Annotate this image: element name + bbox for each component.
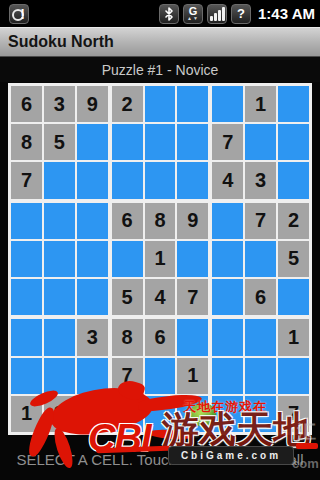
cell-r9c6[interactable] <box>177 396 208 432</box>
cell-r7c2[interactable] <box>44 319 75 355</box>
cell-r5c1[interactable] <box>11 241 42 277</box>
cell-r2c4[interactable] <box>112 124 143 160</box>
app-title: Sudoku North <box>8 33 114 51</box>
cell-r2c6[interactable] <box>177 124 208 160</box>
cell-r9c2[interactable]: 8 <box>44 396 75 432</box>
cell-r8c1[interactable] <box>11 358 42 394</box>
footer-instruction: SELECT A CELL. Touch screen or trackball <box>16 451 303 468</box>
cell-r5c8[interactable] <box>245 241 276 277</box>
cell-r5c9[interactable]: 5 <box>278 241 309 277</box>
sdcard-alert-icon: ! <box>9 4 29 24</box>
cell-r3c6[interactable] <box>177 162 208 198</box>
cell-r8c9[interactable] <box>278 358 309 394</box>
cell-r9c5[interactable] <box>145 396 176 432</box>
cell-r8c5[interactable] <box>145 358 176 394</box>
cell-r5c2[interactable] <box>44 241 75 277</box>
cell-r6c2[interactable] <box>44 279 75 315</box>
cell-r6c4[interactable]: 5 <box>112 279 143 315</box>
watermark-red-dash <box>296 443 318 449</box>
cell-r3c5[interactable] <box>145 162 176 198</box>
cell-r9c4[interactable] <box>112 396 143 432</box>
cell-r7c4[interactable]: 8 <box>112 319 143 355</box>
cell-r1c7[interactable] <box>212 86 243 122</box>
cell-r7c3[interactable]: 3 <box>77 319 108 355</box>
cell-r3c9[interactable] <box>278 162 309 198</box>
cell-r8c2[interactable] <box>44 358 75 394</box>
cell-r7c6[interactable] <box>177 319 208 355</box>
puzzle-header-label: Puzzle #1 - Novice <box>102 62 219 78</box>
cell-r1c2[interactable]: 3 <box>44 86 75 122</box>
cell-r4c7[interactable] <box>212 203 243 239</box>
box-5: 6891547 <box>112 203 209 316</box>
box-3: 1743 <box>212 86 309 199</box>
cell-r5c7[interactable] <box>212 241 243 277</box>
cell-r4c5[interactable]: 8 <box>145 203 176 239</box>
status-bar: ! G ▲▼ ? 1:43 AM <box>0 0 320 27</box>
cell-r6c5[interactable]: 4 <box>145 279 176 315</box>
box-7: 3182 <box>11 319 108 432</box>
cell-r2c7[interactable]: 7 <box>212 124 243 160</box>
cell-r2c9[interactable] <box>278 124 309 160</box>
cell-r8c6[interactable]: 1 <box>177 358 208 394</box>
cell-r3c2[interactable] <box>44 162 75 198</box>
title-bar: Sudoku North <box>0 27 320 57</box>
cell-r4c1[interactable] <box>11 203 42 239</box>
cell-r6c3[interactable] <box>77 279 108 315</box>
cell-r8c3[interactable] <box>77 358 108 394</box>
cell-r1c6[interactable] <box>177 86 208 122</box>
cell-r9c1[interactable]: 1 <box>11 396 42 432</box>
cell-r6c6[interactable]: 7 <box>177 279 208 315</box>
cell-r5c4[interactable] <box>112 241 143 277</box>
cell-r5c3[interactable] <box>77 241 108 277</box>
cell-r6c9[interactable] <box>278 279 309 315</box>
cell-r4c6[interactable]: 9 <box>177 203 208 239</box>
cell-r3c1[interactable]: 7 <box>11 162 42 198</box>
puzzle-header: Puzzle #1 - Novice <box>0 57 320 82</box>
cell-r3c4[interactable] <box>112 162 143 198</box>
cell-r7c5[interactable]: 6 <box>145 319 176 355</box>
sdcard-alert-bang: ! <box>20 6 25 22</box>
battery-question: ? <box>237 6 245 21</box>
cell-r9c9[interactable]: 7 <box>278 396 309 432</box>
cell-r4c2[interactable] <box>44 203 75 239</box>
cell-r1c4[interactable]: 2 <box>112 86 143 122</box>
cell-r3c8[interactable]: 3 <box>245 162 276 198</box>
box-6: 7256 <box>212 203 309 316</box>
cell-r8c8[interactable] <box>245 358 276 394</box>
cell-r8c4[interactable]: 7 <box>112 358 143 394</box>
signal-strength-icon <box>207 4 227 24</box>
cell-r5c5[interactable]: 1 <box>145 241 176 277</box>
cell-r7c7[interactable] <box>212 319 243 355</box>
sudoku-board: 63985721743689154772563182867117 <box>8 83 312 435</box>
cell-r1c9[interactable] <box>278 86 309 122</box>
box-8: 8671 <box>112 319 209 432</box>
cell-r6c8[interactable]: 6 <box>245 279 276 315</box>
clock: 1:43 AM <box>258 5 315 22</box>
cell-r1c8[interactable]: 1 <box>245 86 276 122</box>
cell-r1c5[interactable] <box>145 86 176 122</box>
battery-unknown-icon: ? <box>231 4 251 24</box>
cell-r2c8[interactable] <box>245 124 276 160</box>
cell-r8c7[interactable] <box>212 358 243 394</box>
cell-r4c4[interactable]: 6 <box>112 203 143 239</box>
cell-r2c1[interactable]: 8 <box>11 124 42 160</box>
cell-r9c7[interactable] <box>212 396 243 432</box>
cell-r7c9[interactable]: 1 <box>278 319 309 355</box>
cell-r2c3[interactable] <box>77 124 108 160</box>
bluetooth-icon <box>159 4 179 24</box>
cell-r5c6[interactable] <box>177 241 208 277</box>
cell-r2c2[interactable]: 5 <box>44 124 75 160</box>
cell-r4c9[interactable]: 2 <box>278 203 309 239</box>
cell-r3c3[interactable] <box>77 162 108 198</box>
box-9: 17 <box>212 319 309 432</box>
cell-r1c1[interactable]: 6 <box>11 86 42 122</box>
cell-r7c8[interactable] <box>245 319 276 355</box>
box-2: 2 <box>112 86 209 199</box>
cell-r7c1[interactable] <box>11 319 42 355</box>
cell-r4c3[interactable] <box>77 203 108 239</box>
cell-r3c7[interactable]: 4 <box>212 162 243 198</box>
cell-r2c5[interactable] <box>145 124 176 160</box>
cell-r9c3[interactable]: 2 <box>77 396 108 432</box>
cell-r6c1[interactable] <box>11 279 42 315</box>
box-4 <box>11 203 108 316</box>
gprs-arrows: ▲▼ <box>187 16 199 21</box>
cell-r9c8[interactable] <box>245 396 276 432</box>
cell-r4c8[interactable]: 7 <box>245 203 276 239</box>
footer: SELECT A CELL. Touch screen or trackball <box>0 451 320 469</box>
gprs-data-icon: G ▲▼ <box>183 4 203 24</box>
cell-r1c3[interactable]: 9 <box>77 86 108 122</box>
box-1: 639857 <box>11 86 108 199</box>
cell-r6c7[interactable] <box>212 279 243 315</box>
